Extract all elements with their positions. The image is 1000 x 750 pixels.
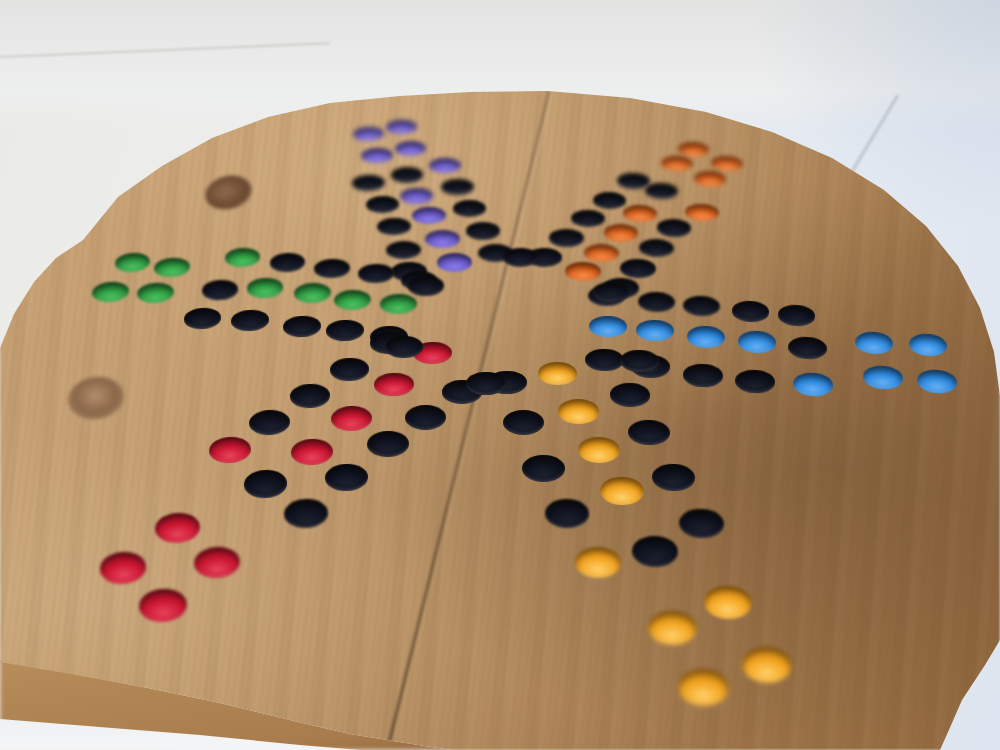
hole-orange-base-1[interactable] [678,141,710,157]
hole-track-green-4[interactable] [283,316,322,339]
hole-track-yellow-4[interactable] [628,420,670,447]
hole-track-red-8[interactable] [289,383,330,409]
hole-blue-base-2[interactable] [908,332,948,357]
hole-red-base-2[interactable] [98,550,147,585]
hole-green-home-3[interactable] [333,289,370,310]
hole-track-orange-7[interactable] [657,219,692,238]
hole-layer [0,0,1000,750]
hole-orange-home-4[interactable] [565,262,601,282]
hole-track-green-2[interactable] [184,306,223,329]
hole-track-blue-7[interactable] [734,369,775,395]
hole-track-red-9[interactable] [330,357,370,381]
hole-track-orange-3[interactable] [593,191,627,208]
hole-track-orange-2[interactable] [617,173,650,190]
hole-red-base-4[interactable] [138,587,188,624]
hole-track-yellow-5[interactable] [610,383,651,408]
hole-track-green-3[interactable] [231,308,270,331]
hole-track-blue-5[interactable] [637,291,675,312]
hole-red-home-2[interactable] [331,405,373,431]
hole-yellow-base-4[interactable] [677,668,729,708]
hole-orange-base-4[interactable] [693,170,726,187]
hole-blue-base-3[interactable] [862,365,903,391]
hole-track-purple-7[interactable] [441,179,474,195]
hole-green-home-2[interactable] [293,282,330,303]
hole-track-purple-2[interactable] [351,174,384,191]
hole-track-purple-8[interactable] [453,199,487,216]
hole-green-start[interactable] [225,247,261,268]
hole-track-red-7[interactable] [249,409,292,436]
hole-red-base-1[interactable] [154,512,201,545]
hole-green-base-4[interactable] [136,282,174,305]
hole-orange-home-2[interactable] [604,224,639,243]
hole-track-yellow-7[interactable] [521,454,564,481]
hole-track-red-1[interactable] [244,469,289,499]
hole-track-green-5[interactable] [326,320,365,343]
hole-track-purple-9[interactable] [466,222,500,240]
hole-red-start[interactable] [208,436,252,465]
hole-track-yellow-1[interactable] [632,535,679,567]
hole-purple-base-4[interactable] [395,140,427,155]
hole-track-yellow-8[interactable] [503,410,544,435]
hole-green-base-2[interactable] [154,256,191,278]
scene [0,0,1000,750]
hole-orange-start[interactable] [685,203,719,221]
hole-blue-start[interactable] [792,372,833,398]
hole-blue-base-1[interactable] [854,331,894,356]
hole-track-valley-2[interactable] [593,282,630,303]
hole-purple-base-2[interactable] [386,120,417,135]
hole-yellow-start[interactable] [575,547,622,579]
hole-purple-base-1[interactable] [352,126,383,141]
hole-purple-home-3[interactable] [425,230,460,248]
hole-track-valley-1[interactable] [503,248,538,267]
hole-track-red-4[interactable] [367,430,410,457]
hole-blue-home-4[interactable] [737,330,776,354]
hole-track-orange-1[interactable] [644,182,677,199]
hole-track-orange-5[interactable] [549,229,584,247]
hole-track-purple-4[interactable] [377,218,412,236]
hole-blue-home-1[interactable] [589,316,627,338]
hole-track-blue-4[interactable] [683,295,721,317]
hole-orange-base-2[interactable] [711,156,744,173]
hole-track-green-8[interactable] [314,258,350,278]
hole-track-blue-3[interactable] [732,300,770,323]
hole-track-yellow-6[interactable] [545,498,590,528]
hole-blue-base-4[interactable] [916,368,958,395]
hole-track-red-5[interactable] [405,404,446,430]
hole-orange-home-1[interactable] [623,204,657,222]
hole-purple-home-1[interactable] [400,187,433,204]
hole-green-home-1[interactable] [246,277,283,299]
hole-yellow-home-3[interactable] [578,436,621,463]
hole-track-purple-5[interactable] [385,240,420,259]
hole-track-orange-8[interactable] [638,238,674,257]
hole-yellow-base-3[interactable] [741,645,793,684]
hole-yellow-base-1[interactable] [703,585,752,620]
hole-track-orange-4[interactable] [571,210,605,228]
hole-track-blue-8[interactable] [683,364,724,389]
hole-orange-home-3[interactable] [584,243,619,262]
hole-red-base-3[interactable] [193,546,241,580]
hole-red-home-3[interactable] [374,373,414,397]
hole-orange-base-3[interactable] [661,156,693,173]
hole-track-purple-3[interactable] [366,195,400,213]
hole-track-valley-6[interactable] [408,276,445,296]
hole-yellow-home-1[interactable] [538,361,578,384]
hole-track-yellow-3[interactable] [652,464,696,493]
hole-track-orange-9[interactable] [620,258,656,278]
hole-green-base-1[interactable] [115,251,152,273]
hole-track-blue-2[interactable] [778,303,817,326]
hole-track-green-1[interactable] [201,279,239,301]
hole-track-purple-1[interactable] [391,167,424,183]
hole-green-base-3[interactable] [91,280,129,303]
hole-purple-base-3[interactable] [361,148,393,164]
hole-yellow-home-4[interactable] [600,476,644,505]
hole-blue-home-2[interactable] [636,320,675,343]
hole-purple-start[interactable] [429,158,461,174]
hole-track-yellow-2[interactable] [678,508,724,539]
hole-track-blue-10[interactable] [584,348,623,371]
hole-track-green-7[interactable] [270,252,306,272]
hole-green-home-4[interactable] [379,293,416,314]
hole-track-valley-5[interactable] [619,349,659,373]
hole-track-red-3[interactable] [325,464,369,493]
hole-track-blue-1[interactable] [787,336,827,361]
hole-track-green-9[interactable] [358,264,394,284]
hole-yellow-home-2[interactable] [557,398,598,423]
hole-track-red-2[interactable] [283,498,329,529]
hole-yellow-base-2[interactable] [647,610,697,646]
hole-blue-home-3[interactable] [686,325,725,348]
hole-red-home-1[interactable] [290,438,333,466]
hole-purple-home-4[interactable] [437,252,473,271]
hole-purple-home-2[interactable] [412,207,446,225]
